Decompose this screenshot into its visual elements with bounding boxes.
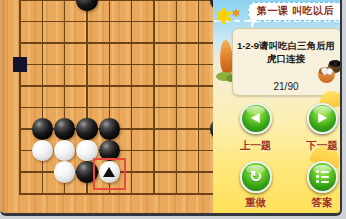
redo-label: 重做 bbox=[241, 196, 271, 210]
left-triangle-icon bbox=[251, 113, 260, 123]
next-button[interactable] bbox=[307, 103, 339, 135]
white-stone-bowl-icon bbox=[318, 68, 335, 83]
black-stone bbox=[210, 118, 213, 140]
grid-line bbox=[19, 107, 213, 108]
grid-line bbox=[198, 0, 199, 195]
right-triangle-icon bbox=[318, 113, 327, 123]
question-text-line2: 虎口连接 bbox=[232, 53, 340, 66]
redo-arrow-icon: ↻ bbox=[242, 163, 270, 191]
black-stone bbox=[76, 0, 98, 11]
black-stone bbox=[76, 118, 98, 140]
grid-line bbox=[19, 21, 213, 22]
grid-line bbox=[176, 0, 177, 195]
screen: 第一课 叫吃以后 1-2-9请叫吃白三角后用 虎口连接 21/90 bbox=[0, 0, 346, 219]
white-stone bbox=[32, 140, 54, 162]
black-stone bbox=[54, 118, 76, 140]
redo-button[interactable]: ↻ bbox=[240, 161, 272, 193]
prev-label: 上一题 bbox=[236, 139, 276, 153]
prev-button[interactable] bbox=[240, 103, 272, 135]
grid-line bbox=[19, 193, 213, 195]
black-square-marker bbox=[13, 57, 28, 72]
answer-list-icon bbox=[309, 163, 337, 191]
white-stone bbox=[54, 140, 76, 162]
black-stone bbox=[99, 118, 121, 140]
black-stone bbox=[32, 118, 54, 140]
go-board[interactable] bbox=[0, 0, 213, 213]
answer-button[interactable] bbox=[307, 161, 339, 193]
grid-line bbox=[19, 0, 213, 1]
red-highlight-box bbox=[93, 158, 126, 191]
question-text-line1: 1-2-9请叫吃白三角后用 bbox=[232, 40, 340, 53]
grid-line bbox=[42, 0, 43, 195]
next-label: 下一题 bbox=[302, 139, 342, 153]
grid-line bbox=[19, 0, 21, 195]
grid-line bbox=[19, 42, 213, 43]
grid-line bbox=[19, 85, 213, 86]
grid-line bbox=[153, 0, 154, 195]
white-stone bbox=[54, 161, 76, 183]
answer-label: 答案 bbox=[307, 196, 337, 210]
grid-line bbox=[131, 0, 132, 195]
app-window: 第一课 叫吃以后 1-2-9请叫吃白三角后用 虎口连接 21/90 bbox=[0, 0, 342, 216]
lesson-title: 第一课 叫吃以后 bbox=[257, 5, 334, 16]
grid-line bbox=[19, 64, 213, 65]
lesson-title-bar: 第一课 叫吃以后 bbox=[248, 2, 342, 21]
